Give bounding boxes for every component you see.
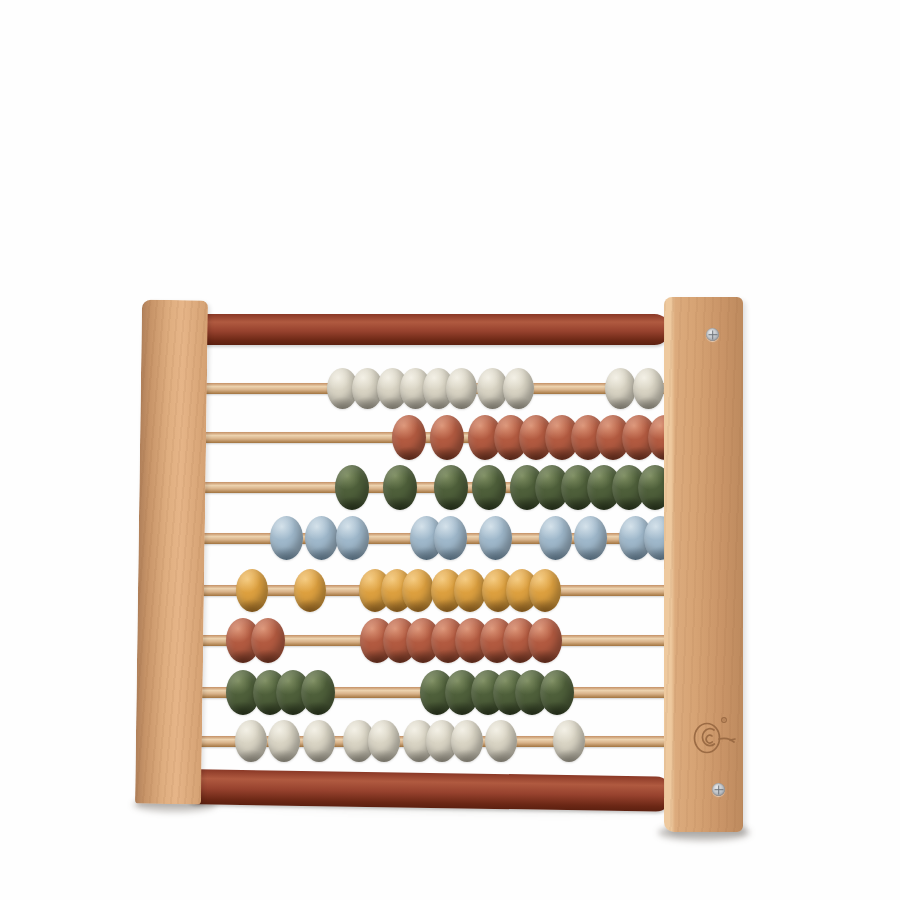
bead-blue[interactable] [479, 516, 512, 560]
frame-left-post [135, 300, 208, 805]
bead-cream[interactable] [446, 368, 477, 409]
bead-green[interactable] [540, 670, 574, 715]
bead-cream[interactable] [303, 720, 335, 762]
bead-cream[interactable] [451, 720, 483, 762]
bead-cream[interactable] [605, 368, 636, 409]
bead-cream[interactable] [503, 368, 534, 409]
bead-blue[interactable] [539, 516, 572, 560]
bead-rust[interactable] [430, 415, 464, 460]
bead-cream[interactable] [485, 720, 517, 762]
snail-logo-icon [690, 711, 738, 769]
bead-rust[interactable] [528, 618, 562, 663]
bead-yellow[interactable] [529, 569, 561, 612]
bead-blue[interactable] [336, 516, 369, 560]
bead-cream[interactable] [235, 720, 267, 762]
bead-yellow[interactable] [294, 569, 326, 612]
bead-cream[interactable] [268, 720, 300, 762]
abacus-photo [0, 0, 900, 900]
screw-icon [712, 783, 725, 796]
bead-blue[interactable] [574, 516, 607, 560]
bead-cream[interactable] [368, 720, 400, 762]
screw-icon [706, 328, 719, 341]
bead-cream[interactable] [553, 720, 585, 762]
bead-blue[interactable] [305, 516, 338, 560]
bead-cream[interactable] [633, 368, 664, 409]
bead-green[interactable] [434, 465, 468, 510]
bead-yellow[interactable] [236, 569, 268, 612]
bead-rust[interactable] [392, 415, 426, 460]
bead-blue[interactable] [434, 516, 467, 560]
bead-blue[interactable] [270, 516, 303, 560]
frame-right-post [664, 297, 743, 832]
bead-rust[interactable] [251, 618, 285, 663]
bead-green[interactable] [301, 670, 335, 715]
bead-green[interactable] [335, 465, 369, 510]
bead-yellow[interactable] [402, 569, 434, 612]
bead-green[interactable] [383, 465, 417, 510]
bead-green[interactable] [472, 465, 506, 510]
